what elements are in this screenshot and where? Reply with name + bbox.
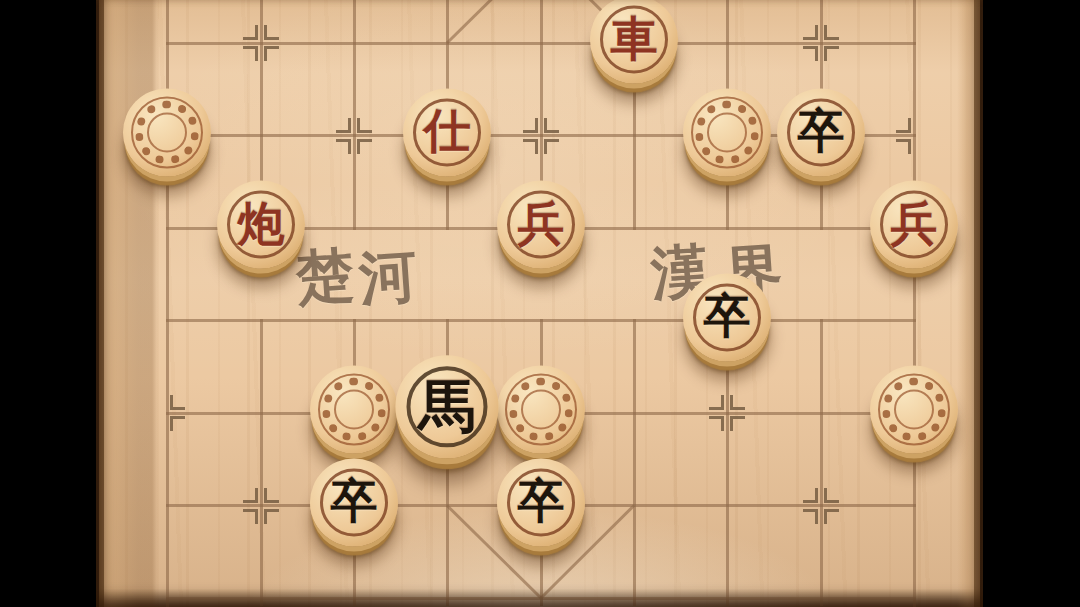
point-marker-h7 [803, 488, 839, 524]
piece-disc [870, 365, 958, 453]
piece-disc: 卒 [777, 88, 865, 176]
piece-disc [123, 88, 211, 176]
hidden-piece-g3[interactable] [683, 88, 771, 176]
point-marker-h2 [803, 25, 839, 61]
piece-chariot-f2[interactable]: 車 [590, 0, 678, 83]
point-marker-b2 [243, 25, 279, 61]
piece-character: 卒 [310, 458, 398, 546]
point-marker-c3 [336, 118, 372, 154]
facedown-ring [334, 389, 374, 429]
piece-soldier-e4[interactable]: 兵 [497, 180, 585, 268]
piece-disc: 兵 [870, 180, 958, 268]
piece-disc [497, 365, 585, 453]
piece-character: 兵 [870, 180, 958, 268]
piece-disc: 車 [590, 0, 678, 83]
piece-soldier-c7[interactable]: 卒 [310, 458, 398, 546]
point-marker-b7 [243, 488, 279, 524]
piece-soldier-e7[interactable]: 卒 [497, 458, 585, 546]
point-marker-i3 [896, 118, 932, 154]
point-marker-a6 [149, 395, 185, 431]
piece-soldier-h3[interactable]: 卒 [777, 88, 865, 176]
hidden-piece-e6[interactable] [497, 365, 585, 453]
piece-character: 炮 [217, 180, 305, 268]
piece-character: 兵 [497, 180, 585, 268]
point-marker-e3 [523, 118, 559, 154]
piece-disc [683, 88, 771, 176]
piece-disc: 炮 [217, 180, 305, 268]
facedown-ring [707, 112, 747, 152]
piece-disc: 卒 [310, 458, 398, 546]
piece-disc: 仕 [403, 88, 491, 176]
piece-character: 卒 [777, 88, 865, 176]
piece-character: 車 [590, 0, 678, 83]
piece-soldier-i4[interactable]: 兵 [870, 180, 958, 268]
point-marker-g6 [709, 395, 745, 431]
piece-cannon-b4[interactable]: 炮 [217, 180, 305, 268]
piece-disc: 卒 [497, 458, 585, 546]
river-text-2: 河 [356, 237, 419, 319]
hidden-piece-i6[interactable] [870, 365, 958, 453]
game-screen: 楚河漢界車仕卒炮兵兵卒馬卒卒 [0, 0, 1080, 607]
piece-disc: 卒 [683, 273, 771, 361]
piece-character: 馬 [396, 355, 499, 458]
piece-disc: 兵 [497, 180, 585, 268]
piece-disc: 馬 [396, 355, 499, 458]
piece-character: 仕 [403, 88, 491, 176]
piece-soldier-g5[interactable]: 卒 [683, 273, 771, 361]
letterbox-left [0, 0, 96, 607]
hidden-piece-c6[interactable] [310, 365, 398, 453]
xiangqi-board[interactable]: 楚河漢界車仕卒炮兵兵卒馬卒卒 [96, 0, 983, 607]
facedown-ring [521, 389, 561, 429]
letterbox-right [983, 0, 1080, 607]
piece-disc [310, 365, 398, 453]
hidden-piece-a3[interactable] [123, 88, 211, 176]
piece-advisor-d3[interactable]: 仕 [403, 88, 491, 176]
piece-character: 卒 [683, 273, 771, 361]
facedown-ring [894, 389, 934, 429]
piece-horse-d6[interactable]: 馬 [396, 355, 499, 458]
facedown-ring [147, 112, 187, 152]
piece-character: 卒 [497, 458, 585, 546]
